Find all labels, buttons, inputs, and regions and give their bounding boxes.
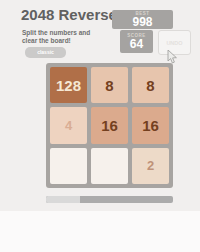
score-value: 64: [130, 38, 143, 51]
level-progress-bar: [46, 196, 173, 203]
subtitle-line2: clear the board!: [22, 37, 90, 45]
tile-16: 16: [132, 107, 169, 143]
mouse-cursor-icon: [167, 50, 178, 64]
subtitle-line1: Split the numbers and: [22, 29, 90, 37]
level-progress-fill: [46, 196, 80, 203]
tile-2: 2: [132, 148, 169, 184]
mode-button[interactable]: classic: [25, 47, 66, 58]
tile-8: 8: [91, 67, 128, 103]
game-page: 2048 Reverse Split the numbers and clear…: [0, 0, 200, 252]
subtitle: Split the numbers and clear the board!: [22, 29, 90, 45]
tile-128: 128: [50, 67, 87, 103]
best-score-box: BEST 998: [112, 10, 173, 29]
game-board[interactable]: 12888416162: [46, 63, 173, 188]
empty-cell: [50, 148, 87, 184]
best-value: 998: [132, 16, 152, 29]
score-box: SCORE 64: [120, 30, 153, 53]
tile-4: 4: [50, 107, 87, 143]
footer-bar: 3 x 3 >> Level 128 ✓ NEW GAME: [0, 211, 200, 252]
empty-cell: [91, 148, 128, 184]
tile-8: 8: [132, 67, 169, 103]
page-title: 2048 Reverse: [21, 6, 117, 23]
tile-16: 16: [91, 107, 128, 143]
